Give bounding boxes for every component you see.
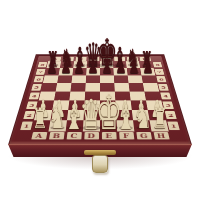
square-f1	[117, 120, 135, 131]
square-f2	[116, 110, 133, 120]
square-g6	[128, 75, 143, 83]
rank-label-1: 1	[166, 120, 181, 131]
rank-label-5: 5	[157, 83, 170, 91]
rank-label-7: 7	[154, 68, 166, 75]
square-f4	[115, 92, 131, 101]
square-b2	[50, 110, 68, 120]
square-b7	[59, 68, 74, 75]
square-e4	[100, 92, 115, 101]
file-label-d: D	[82, 131, 100, 140]
file-label-g: G	[134, 131, 153, 140]
square-e5	[100, 83, 115, 91]
brass-clasp-hasp-icon	[92, 155, 108, 173]
square-g3	[131, 100, 148, 110]
square-g5	[129, 83, 145, 91]
square-c3	[68, 100, 84, 110]
file-label-a: A	[29, 131, 48, 140]
square-c8	[73, 61, 87, 68]
square-f5	[114, 83, 129, 91]
file-label-h: H	[152, 131, 171, 140]
frame-corner	[169, 131, 184, 140]
square-b1	[48, 120, 67, 131]
square-e2	[100, 110, 117, 120]
square-b6	[57, 75, 72, 83]
square-b5	[56, 83, 72, 91]
square-d2	[83, 110, 100, 120]
square-g4	[130, 92, 146, 101]
square-e7	[100, 68, 114, 75]
file-label-b: B	[47, 131, 66, 140]
rank-label-2: 2	[164, 110, 178, 120]
chess-set-photo: ABCDEFGH8877665544332211ABCDEFGH ♜♞♝♛♚♝♞…	[0, 0, 200, 200]
square-f7	[113, 68, 127, 75]
square-g2	[132, 110, 150, 120]
square-e6	[100, 75, 114, 83]
rank-label-3: 3	[161, 100, 175, 110]
rank-label-8: 8	[152, 61, 163, 68]
square-c6	[71, 75, 86, 83]
file-label-e: E	[100, 131, 118, 140]
square-d7	[86, 68, 100, 75]
square-c2	[67, 110, 84, 120]
square-e1	[100, 120, 117, 131]
rank-label-6: 6	[155, 75, 167, 83]
chess-board: ABCDEFGH8877665544332211ABCDEFGH	[8, 54, 192, 145]
square-g8	[126, 61, 140, 68]
square-c4	[69, 92, 85, 101]
square-c5	[70, 83, 85, 91]
square-d6	[86, 75, 100, 83]
square-a4	[39, 92, 56, 101]
square-a2	[34, 110, 52, 120]
square-g1	[133, 120, 152, 131]
square-e8	[100, 61, 113, 68]
square-c7	[72, 68, 86, 75]
square-d8	[87, 61, 100, 68]
board-grid: ABCDEFGH8877665544332211ABCDEFGH	[16, 57, 183, 140]
square-d1	[83, 120, 100, 131]
square-c1	[66, 120, 84, 131]
square-a3	[36, 100, 54, 110]
square-f6	[114, 75, 129, 83]
square-g7	[127, 68, 142, 75]
file-label-c: C	[65, 131, 83, 140]
file-label-f: F	[117, 131, 135, 140]
rank-label-4: 4	[159, 92, 172, 101]
square-f3	[115, 100, 131, 110]
square-d5	[85, 83, 100, 91]
square-b4	[54, 92, 70, 101]
square-d4	[85, 92, 100, 101]
square-f8	[113, 61, 127, 68]
square-e3	[100, 100, 116, 110]
square-a1	[31, 120, 50, 131]
square-b3	[52, 100, 69, 110]
square-b8	[60, 61, 74, 68]
square-d3	[84, 100, 100, 110]
